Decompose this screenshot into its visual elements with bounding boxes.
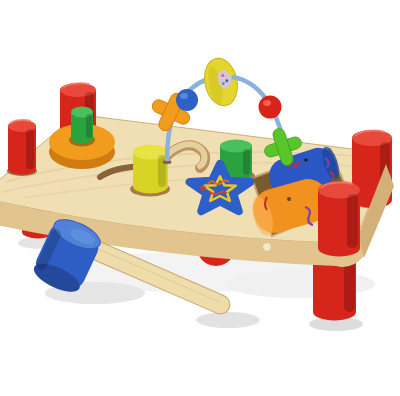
yellow-peg (130, 145, 170, 197)
toy-product-photo (0, 0, 400, 396)
yellow-disc-bead (200, 55, 241, 109)
blue-ball-bead (176, 89, 198, 111)
toy-illustration (0, 0, 400, 396)
far-left-red-peg (7, 120, 37, 176)
wood-plug-dot (263, 243, 272, 252)
front-right-red-peg (318, 182, 360, 257)
orange-donut-ring (49, 107, 115, 170)
red-ball-bead (259, 96, 282, 119)
green-peg-in-donut (71, 107, 93, 144)
